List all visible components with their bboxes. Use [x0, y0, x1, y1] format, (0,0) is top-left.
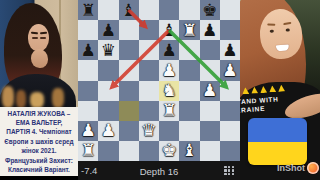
left-player-brow — [31, 32, 38, 34]
square-g3[interactable] — [200, 101, 220, 121]
evaluation-value: -7.4 — [81, 165, 97, 176]
square-c2[interactable] — [119, 121, 139, 141]
square-a1[interactable]: ♜ — [78, 141, 98, 161]
square-e2[interactable] — [159, 121, 179, 141]
square-f8[interactable] — [179, 0, 199, 20]
left-player-face — [28, 24, 49, 51]
watermark-text: InShot — [277, 163, 305, 173]
presenter-brow — [283, 22, 291, 25]
piece-black-pawn[interactable]: ♟ — [222, 42, 237, 59]
left-player-brow — [40, 32, 47, 34]
ukraine-flag — [248, 118, 307, 165]
piece-white-queen[interactable]: ♛ — [141, 122, 156, 139]
caption-panel: НАТАЛІЯ ЖУКОВА –ЕМА ВАЛЬТЕР,ПАРТІЯ 4. Че… — [0, 107, 78, 176]
engine-bar: -7.4 Depth 16 — [78, 161, 240, 180]
presenter-eye — [270, 30, 274, 33]
square-e3[interactable]: ♜ — [159, 101, 179, 121]
left-player-eye — [40, 37, 46, 39]
piece-black-bishop[interactable]: ♝ — [162, 22, 177, 39]
piece-white-knight[interactable]: ♞ — [162, 82, 177, 99]
caption-line: ПАРТІЯ 4. Чемпіонат — [0, 127, 78, 136]
piece-black-king[interactable]: ♚ — [202, 2, 217, 19]
square-g4[interactable]: ♟ — [200, 81, 220, 101]
square-b1[interactable] — [98, 141, 118, 161]
piece-black-rook[interactable]: ♜ — [81, 2, 96, 19]
square-f1[interactable]: ♝ — [179, 141, 199, 161]
piece-black-pawn[interactable]: ♟ — [202, 22, 217, 39]
square-g1[interactable] — [200, 141, 220, 161]
square-h2[interactable] — [220, 121, 240, 141]
square-c8[interactable]: ♝ — [119, 0, 139, 20]
square-d6[interactable] — [139, 40, 159, 60]
square-e6[interactable]: ♟ — [159, 40, 179, 60]
square-c4[interactable] — [119, 81, 139, 101]
square-b2[interactable]: ♟ — [98, 121, 118, 141]
left-player-eye — [32, 37, 38, 39]
presenter-smile — [276, 44, 289, 51]
square-d8[interactable] — [139, 0, 159, 20]
square-a7[interactable] — [78, 20, 98, 40]
square-a2[interactable]: ♟ — [78, 121, 98, 141]
square-h7[interactable] — [220, 20, 240, 40]
square-e5[interactable]: ♟ — [159, 60, 179, 80]
piece-white-pawn[interactable]: ♟ — [101, 122, 116, 139]
square-c7[interactable] — [119, 20, 139, 40]
caption-line: жінок 2021. — [0, 146, 78, 155]
square-a5[interactable] — [78, 60, 98, 80]
blurred-chess-piece — [52, 88, 64, 107]
square-a6[interactable]: ♟ — [78, 40, 98, 60]
square-d1[interactable] — [139, 141, 159, 161]
watermark-app-icon — [307, 162, 319, 174]
square-e7[interactable]: ♝ — [159, 20, 179, 40]
square-c3[interactable] — [119, 101, 139, 121]
caption-line: ЕМА ВАЛЬТЕР, — [0, 118, 78, 127]
square-b7[interactable]: ♟ — [98, 20, 118, 40]
piece-white-king[interactable]: ♚ — [162, 142, 177, 159]
square-b3[interactable] — [98, 101, 118, 121]
caption-line: Класичний Варіант. — [0, 165, 78, 174]
piece-black-pawn[interactable]: ♟ — [162, 42, 177, 59]
square-f4[interactable] — [179, 81, 199, 101]
piece-black-pawn[interactable]: ♟ — [101, 22, 116, 39]
square-h4[interactable] — [220, 81, 240, 101]
square-d5[interactable] — [139, 60, 159, 80]
piece-white-rook[interactable]: ♜ — [182, 22, 197, 39]
caption-line: Європи з шахів серед — [0, 137, 78, 146]
square-f7[interactable]: ♜ — [179, 20, 199, 40]
square-d3[interactable] — [139, 101, 159, 121]
square-h1[interactable] — [220, 141, 240, 161]
square-b4[interactable] — [98, 81, 118, 101]
square-c6[interactable] — [119, 40, 139, 60]
blurred-chess-piece — [30, 92, 44, 107]
piece-white-pawn[interactable]: ♟ — [162, 62, 177, 79]
square-g8[interactable]: ♚ — [200, 0, 220, 20]
square-f6[interactable] — [179, 40, 199, 60]
square-h5[interactable]: ♟ — [220, 60, 240, 80]
grid-menu-icon[interactable] — [224, 166, 234, 176]
caption-line: НАТАЛІЯ ЖУКОВА – — [0, 109, 78, 118]
presenter-eye — [286, 28, 290, 31]
square-d7[interactable] — [139, 20, 159, 40]
square-g2[interactable] — [200, 121, 220, 141]
square-h8[interactable] — [220, 0, 240, 20]
left-player-hand — [31, 49, 48, 68]
square-g7[interactable]: ♟ — [200, 20, 220, 40]
presenter-brow — [267, 24, 275, 26]
chess-board: ♜♝♚♟♝♜♟♟♛♟♟♟♟♞♟♜♟♟♛♜♚♝ — [78, 0, 240, 161]
square-h6[interactable]: ♟ — [220, 40, 240, 60]
square-e8[interactable] — [159, 0, 179, 20]
square-c1[interactable] — [119, 141, 139, 161]
square-a4[interactable] — [78, 81, 98, 101]
blurred-chess-piece — [16, 90, 26, 107]
flag-blue-stripe — [248, 118, 307, 142]
piece-white-pawn[interactable]: ♟ — [222, 62, 237, 79]
square-f5[interactable] — [179, 60, 199, 80]
square-b5[interactable] — [98, 60, 118, 80]
square-g5[interactable] — [200, 60, 220, 80]
square-a8[interactable]: ♜ — [78, 0, 98, 20]
engine-depth: Depth 16 — [78, 165, 240, 176]
right-presenter-photo: STAND WITH UKRAINE InShot — [240, 0, 320, 180]
left-player-photo — [0, 0, 78, 107]
blurred-chess-piece — [2, 86, 14, 107]
square-h3[interactable] — [220, 101, 240, 121]
caption-line: Французький Захист: — [0, 156, 78, 165]
square-e4[interactable]: ♞ — [159, 81, 179, 101]
piece-black-pawn[interactable]: ♟ — [81, 42, 96, 59]
square-c5[interactable] — [119, 60, 139, 80]
watermark: InShot — [277, 162, 319, 174]
square-d4[interactable] — [139, 81, 159, 101]
piece-black-queen[interactable]: ♛ — [101, 42, 116, 59]
square-b8[interactable] — [98, 0, 118, 20]
square-f2[interactable] — [179, 121, 199, 141]
piece-black-bishop[interactable]: ♝ — [121, 2, 136, 19]
square-f3[interactable] — [179, 101, 199, 121]
square-a3[interactable] — [78, 101, 98, 121]
piece-white-pawn[interactable]: ♟ — [81, 122, 96, 139]
piece-white-bishop[interactable]: ♝ — [182, 142, 197, 159]
square-d2[interactable]: ♛ — [139, 121, 159, 141]
square-b6[interactable]: ♛ — [98, 40, 118, 60]
piece-white-rook[interactable]: ♜ — [162, 102, 177, 119]
square-e1[interactable]: ♚ — [159, 141, 179, 161]
square-g6[interactable] — [200, 40, 220, 60]
piece-white-pawn[interactable]: ♟ — [202, 82, 217, 99]
thumbnail-canvas: НАТАЛІЯ ЖУКОВА –ЕМА ВАЛЬТЕР,ПАРТІЯ 4. Че… — [0, 0, 320, 180]
piece-white-rook[interactable]: ♜ — [81, 142, 96, 159]
